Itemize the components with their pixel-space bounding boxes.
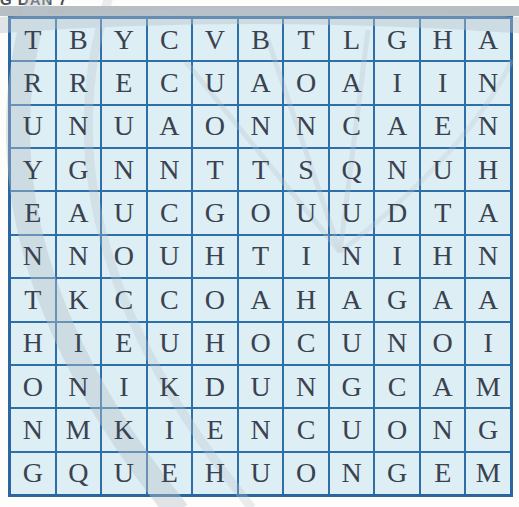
cell-letter: N xyxy=(341,242,361,270)
cell-r1c5[interactable]: V xyxy=(193,19,237,60)
cell-r2c3[interactable]: E xyxy=(102,62,146,103)
cell-letter: S xyxy=(298,156,314,184)
cell-letter: A xyxy=(478,26,498,54)
cell-r5c2[interactable]: A xyxy=(57,192,101,233)
cell-letter: U xyxy=(114,112,134,140)
cell-r6c5[interactable]: H xyxy=(193,236,237,277)
cell-r1c11[interactable]: A xyxy=(466,19,510,60)
cell-letter: C xyxy=(160,286,179,314)
cell-letter: H xyxy=(433,26,453,54)
cell-r8c4[interactable]: U xyxy=(148,323,192,364)
cell-r2c2[interactable]: R xyxy=(57,62,101,103)
cell-letter: N xyxy=(341,459,361,487)
cell-r9c11[interactable]: M xyxy=(466,366,510,407)
cell-letter: E xyxy=(206,416,223,444)
page-title-fragment: G DẪN 7 xyxy=(0,0,140,8)
cell-letter: I xyxy=(119,373,128,401)
cell-r7c4[interactable]: C xyxy=(148,279,192,320)
cell-letter: K xyxy=(68,286,88,314)
cell-r11c11[interactable]: M xyxy=(466,453,510,494)
cell-letter: N xyxy=(250,112,270,140)
cell-r1c2[interactable]: B xyxy=(57,19,101,60)
cell-r9c10[interactable]: A xyxy=(421,366,465,407)
cell-letter: U xyxy=(433,156,453,184)
cell-letter: U xyxy=(159,242,179,270)
cell-letter: A xyxy=(159,112,179,140)
cell-letter: T xyxy=(206,156,223,184)
cell-r6c11[interactable]: N xyxy=(466,236,510,277)
cell-letter: G xyxy=(478,416,498,444)
cell-r3c10[interactable]: E xyxy=(421,106,465,147)
cell-r2c5[interactable]: U xyxy=(193,62,237,103)
cell-letter: T xyxy=(434,199,451,227)
cell-letter: O xyxy=(205,286,225,314)
cell-r10c2[interactable]: M xyxy=(57,409,101,450)
cell-r10c4[interactable]: I xyxy=(148,409,192,450)
cell-r9c8[interactable]: G xyxy=(330,366,374,407)
cell-r11c7[interactable]: O xyxy=(284,453,328,494)
cell-r4c10[interactable]: U xyxy=(421,149,465,190)
cell-letter: U xyxy=(114,199,134,227)
cell-r6c2[interactable]: N xyxy=(57,236,101,277)
cell-letter: N xyxy=(478,69,498,97)
cell-r10c7[interactable]: C xyxy=(284,409,328,450)
cell-letter: E xyxy=(434,112,451,140)
cell-letter: C xyxy=(297,329,316,357)
cell-r8c6[interactable]: O xyxy=(239,323,283,364)
cell-r9c2[interactable]: N xyxy=(57,366,101,407)
cell-letter: V xyxy=(205,26,225,54)
cell-letter: I xyxy=(301,242,310,270)
cell-r8c1[interactable]: H xyxy=(11,323,55,364)
cell-letter: T xyxy=(24,26,41,54)
cell-letter: A xyxy=(478,199,498,227)
cell-r1c6[interactable]: B xyxy=(239,19,283,60)
cell-r3c2[interactable]: N xyxy=(57,106,101,147)
cell-r10c1[interactable]: N xyxy=(11,409,55,450)
cell-letter: N xyxy=(296,112,316,140)
cell-letter: I xyxy=(484,329,493,357)
cell-r8c8[interactable]: U xyxy=(330,323,374,364)
cell-letter: H xyxy=(433,242,453,270)
cell-letter: N xyxy=(478,242,498,270)
cell-letter: O xyxy=(387,416,407,444)
cell-r10c5[interactable]: E xyxy=(193,409,237,450)
cell-letter: A xyxy=(250,69,270,97)
cell-r6c4[interactable]: U xyxy=(148,236,192,277)
cell-letter: N xyxy=(68,373,88,401)
cell-r1c9[interactable]: G xyxy=(375,19,419,60)
cell-letter: K xyxy=(114,416,134,444)
cell-r2c1[interactable]: R xyxy=(11,62,55,103)
cell-r9c1[interactable]: O xyxy=(11,366,55,407)
cell-r6c6[interactable]: T xyxy=(239,236,283,277)
cell-letter: O xyxy=(250,199,270,227)
cell-letter: O xyxy=(433,329,453,357)
cell-letter: U xyxy=(114,459,134,487)
cell-letter: Q xyxy=(68,459,88,487)
cell-letter: Q xyxy=(341,156,361,184)
word-search-page: G DẪN 7 TBYCVBTLGHARRECUAOAIINUNUAONNCAE… xyxy=(0,0,519,507)
cell-r5c6[interactable]: O xyxy=(239,192,283,233)
cell-r11c9[interactable]: G xyxy=(375,453,419,494)
cell-letter: O xyxy=(250,329,270,357)
cell-r3c4[interactable]: A xyxy=(148,106,192,147)
cell-letter: N xyxy=(296,373,316,401)
cell-letter: N xyxy=(433,416,453,444)
cell-letter: O xyxy=(296,459,316,487)
cell-r7c11[interactable]: A xyxy=(466,279,510,320)
cell-r11c6[interactable]: U xyxy=(239,453,283,494)
cell-r3c3[interactable]: U xyxy=(102,106,146,147)
cell-letter: T xyxy=(252,242,269,270)
cell-letter: E xyxy=(115,329,132,357)
cell-r7c6[interactable]: A xyxy=(239,279,283,320)
cell-letter: U xyxy=(341,329,361,357)
cell-r9c4[interactable]: K xyxy=(148,366,192,407)
cell-r9c5[interactable]: D xyxy=(193,366,237,407)
word-search-grid: TBYCVBTLGHARRECUAOAIINUNUAONNCAENYGNNTTS… xyxy=(8,16,513,497)
cell-r11c10[interactable]: E xyxy=(421,453,465,494)
cell-letter: C xyxy=(297,416,316,444)
cell-letter: K xyxy=(159,373,179,401)
cell-letter: U xyxy=(341,416,361,444)
cell-r1c3[interactable]: Y xyxy=(102,19,146,60)
cell-r8c5[interactable]: H xyxy=(193,323,237,364)
cell-r3c5[interactable]: O xyxy=(193,106,237,147)
cell-letter: D xyxy=(387,199,407,227)
cell-letter: H xyxy=(205,459,225,487)
cell-r11c4[interactable]: E xyxy=(148,453,192,494)
cell-letter: G xyxy=(205,199,225,227)
cell-r3c6[interactable]: N xyxy=(239,106,283,147)
cell-r8c7[interactable]: C xyxy=(284,323,328,364)
cell-letter: B xyxy=(251,26,270,54)
cell-letter: I xyxy=(74,329,83,357)
cell-r11c5[interactable]: H xyxy=(193,453,237,494)
cell-r8c9[interactable]: N xyxy=(375,323,419,364)
cell-letter: I xyxy=(392,69,401,97)
cell-letter: T xyxy=(252,156,269,184)
cell-r3c9[interactable]: A xyxy=(375,106,419,147)
cell-letter: O xyxy=(114,242,134,270)
cell-r11c2[interactable]: Q xyxy=(57,453,101,494)
cell-letter: A xyxy=(387,112,407,140)
cell-r8c2[interactable]: I xyxy=(57,323,101,364)
cell-r9c6[interactable]: U xyxy=(239,366,283,407)
cell-r3c11[interactable]: N xyxy=(466,106,510,147)
cell-letter: C xyxy=(160,199,179,227)
cell-letter: E xyxy=(161,459,178,487)
cell-letter: N xyxy=(387,329,407,357)
cell-letter: E xyxy=(24,199,41,227)
cell-letter: A xyxy=(341,69,361,97)
cell-letter: H xyxy=(296,286,316,314)
cell-r2c10[interactable]: I xyxy=(421,62,465,103)
cell-letter: Y xyxy=(23,156,43,184)
cell-letter: C xyxy=(160,69,179,97)
cell-r4c7[interactable]: S xyxy=(284,149,328,190)
cell-r2c4[interactable]: C xyxy=(148,62,192,103)
cell-r1c4[interactable]: C xyxy=(148,19,192,60)
cell-r4c2[interactable]: G xyxy=(57,149,101,190)
cell-r5c9[interactable]: D xyxy=(375,192,419,233)
cell-r6c10[interactable]: H xyxy=(421,236,465,277)
cell-r4c9[interactable]: N xyxy=(375,149,419,190)
cell-r2c9[interactable]: I xyxy=(375,62,419,103)
cell-r7c10[interactable]: A xyxy=(421,279,465,320)
cell-letter: U xyxy=(23,112,43,140)
cell-r2c11[interactable]: N xyxy=(466,62,510,103)
cell-letter: C xyxy=(342,112,361,140)
cell-letter: H xyxy=(205,329,225,357)
cell-r2c7[interactable]: O xyxy=(284,62,328,103)
cell-r5c11[interactable]: A xyxy=(466,192,510,233)
cell-letter: E xyxy=(434,459,451,487)
cell-letter: N xyxy=(250,416,270,444)
cell-r5c4[interactable]: C xyxy=(148,192,192,233)
cell-letter: N xyxy=(68,242,88,270)
cell-letter: N xyxy=(387,156,407,184)
cell-r11c1[interactable]: G xyxy=(11,453,55,494)
cell-r2c6[interactable]: A xyxy=(239,62,283,103)
cell-letter: U xyxy=(341,199,361,227)
cell-r10c6[interactable]: N xyxy=(239,409,283,450)
cell-r10c10[interactable]: N xyxy=(421,409,465,450)
cell-letter: Y xyxy=(114,26,134,54)
cell-letter: G xyxy=(68,156,88,184)
cell-letter: H xyxy=(478,156,498,184)
cell-r5c3[interactable]: U xyxy=(102,192,146,233)
cell-r1c10[interactable]: H xyxy=(421,19,465,60)
cell-r7c5[interactable]: O xyxy=(193,279,237,320)
cell-letter: N xyxy=(68,112,88,140)
cell-r9c9[interactable]: C xyxy=(375,366,419,407)
cell-letter: A xyxy=(250,286,270,314)
cell-r7c3[interactable]: C xyxy=(102,279,146,320)
cell-letter: I xyxy=(392,242,401,270)
cell-r3c1[interactable]: U xyxy=(11,106,55,147)
cell-r10c11[interactable]: G xyxy=(466,409,510,450)
cell-r1c7[interactable]: T xyxy=(284,19,328,60)
cell-letter: U xyxy=(296,199,316,227)
cell-letter: I xyxy=(165,416,174,444)
cell-r4c11[interactable]: H xyxy=(466,149,510,190)
cell-letter: D xyxy=(205,373,225,401)
cell-letter: G xyxy=(387,26,407,54)
cell-letter: O xyxy=(205,112,225,140)
cell-r9c7[interactable]: N xyxy=(284,366,328,407)
cell-letter: C xyxy=(388,373,407,401)
cell-letter: U xyxy=(250,373,270,401)
cell-r6c8[interactable]: N xyxy=(330,236,374,277)
cell-r7c9[interactable]: G xyxy=(375,279,419,320)
cell-r7c8[interactable]: A xyxy=(330,279,374,320)
cell-r10c3[interactable]: K xyxy=(102,409,146,450)
cell-letter: G xyxy=(23,459,43,487)
cell-letter: B xyxy=(69,26,88,54)
cell-letter: U xyxy=(205,69,225,97)
cell-r2c8[interactable]: A xyxy=(330,62,374,103)
cell-r6c9[interactable]: I xyxy=(375,236,419,277)
cell-r6c7[interactable]: I xyxy=(284,236,328,277)
cell-letter: H xyxy=(23,329,43,357)
cell-letter: G xyxy=(387,286,407,314)
cell-letter: U xyxy=(159,329,179,357)
cell-letter: G xyxy=(341,373,361,401)
cell-letter: T xyxy=(24,286,41,314)
cell-letter: O xyxy=(296,69,316,97)
cell-r1c8[interactable]: L xyxy=(330,19,374,60)
cell-r10c8[interactable]: U xyxy=(330,409,374,450)
cell-r4c4[interactable]: N xyxy=(148,149,192,190)
cell-r10c9[interactable]: O xyxy=(375,409,419,450)
cell-r5c7[interactable]: U xyxy=(284,192,328,233)
cell-r5c10[interactable]: T xyxy=(421,192,465,233)
cell-letter: M xyxy=(476,459,501,487)
cell-letter: L xyxy=(343,26,360,54)
cell-letter: E xyxy=(115,69,132,97)
cell-letter: A xyxy=(478,286,498,314)
page-title-text: G DẪN 7 xyxy=(0,0,140,8)
cell-letter: T xyxy=(297,26,314,54)
cell-r11c3[interactable]: U xyxy=(102,453,146,494)
cell-r3c8[interactable]: C xyxy=(330,106,374,147)
cell-r5c5[interactable]: G xyxy=(193,192,237,233)
cell-r7c7[interactable]: H xyxy=(284,279,328,320)
cell-r7c1[interactable]: T xyxy=(11,279,55,320)
cell-r11c8[interactable]: N xyxy=(330,453,374,494)
cell-letter: C xyxy=(115,286,134,314)
cell-letter: A xyxy=(433,373,453,401)
cell-letter: C xyxy=(160,26,179,54)
cell-letter: M xyxy=(66,416,91,444)
cell-letter: I xyxy=(438,69,447,97)
cell-r8c3[interactable]: E xyxy=(102,323,146,364)
cell-letter: H xyxy=(205,242,225,270)
cell-letter: N xyxy=(159,156,179,184)
cell-r9c3[interactable]: I xyxy=(102,366,146,407)
cell-r6c1[interactable]: N xyxy=(11,236,55,277)
cell-letter: R xyxy=(23,69,42,97)
cell-letter: U xyxy=(250,459,270,487)
cell-r8c10[interactable]: O xyxy=(421,323,465,364)
cell-r6c3[interactable]: O xyxy=(102,236,146,277)
cell-r4c1[interactable]: Y xyxy=(11,149,55,190)
cell-letter: O xyxy=(23,373,43,401)
cell-letter: A xyxy=(341,286,361,314)
cell-r5c8[interactable]: U xyxy=(330,192,374,233)
cell-r5c1[interactable]: E xyxy=(11,192,55,233)
cell-r7c2[interactable]: K xyxy=(57,279,101,320)
cell-letter: M xyxy=(476,373,501,401)
cell-letter: R xyxy=(69,69,88,97)
cell-r4c6[interactable]: T xyxy=(239,149,283,190)
cell-letter: A xyxy=(68,199,88,227)
cell-letter: N xyxy=(478,112,498,140)
cell-letter: N xyxy=(114,156,134,184)
cell-letter: N xyxy=(23,242,43,270)
cell-r4c3[interactable]: N xyxy=(102,149,146,190)
cell-r8c11[interactable]: I xyxy=(466,323,510,364)
cell-r3c7[interactable]: N xyxy=(284,106,328,147)
cell-r4c5[interactable]: T xyxy=(193,149,237,190)
cell-letter: G xyxy=(387,459,407,487)
cell-r1c1[interactable]: T xyxy=(11,19,55,60)
cell-letter: A xyxy=(433,286,453,314)
cell-r4c8[interactable]: Q xyxy=(330,149,374,190)
cell-letter: N xyxy=(23,416,43,444)
